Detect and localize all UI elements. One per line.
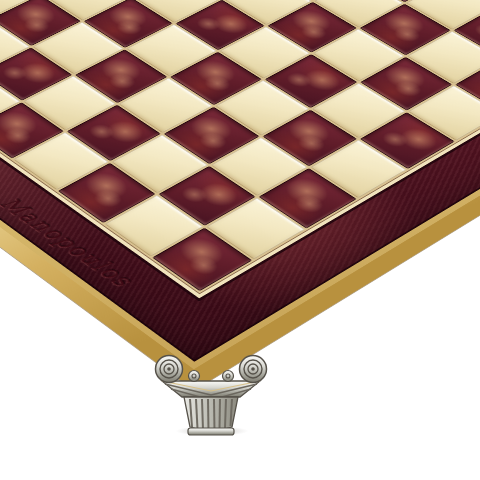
product-photo: Manopoulos (0, 0, 480, 480)
column-capital-foot (152, 350, 270, 438)
chess-board: Manopoulos (0, 0, 480, 369)
board-border: Manopoulos (0, 0, 480, 362)
board-gold-lip: Manopoulos (0, 0, 480, 369)
